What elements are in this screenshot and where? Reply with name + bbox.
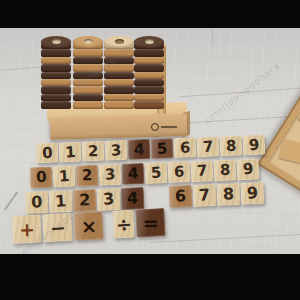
equals-icon: = <box>142 213 158 232</box>
tile-digit: 3 <box>102 191 114 208</box>
tile-digit: 1 <box>64 144 75 160</box>
peg-hole <box>52 39 61 44</box>
number-tile[interactable]: 1 <box>59 142 82 163</box>
ring-stack-4[interactable] <box>134 42 164 109</box>
number-tile[interactable]: 8 <box>214 159 237 181</box>
peg-hole <box>145 39 154 44</box>
counting-ring[interactable] <box>41 57 71 64</box>
floor-seam <box>150 234 300 243</box>
number-tile[interactable]: 7 <box>197 136 220 157</box>
number-tile[interactable]: 9 <box>243 135 266 156</box>
missing-tile-slot <box>145 186 169 209</box>
counting-ring[interactable] <box>134 64 164 71</box>
counting-ring[interactable] <box>134 57 164 64</box>
wood-floor-background: com/joonggonara com/joonggonara com/joon… <box>0 28 300 254</box>
tile-digit: 9 <box>248 137 259 153</box>
counting-ring[interactable] <box>73 94 103 101</box>
number-tile[interactable]: 9 <box>240 182 264 205</box>
counting-ring[interactable] <box>41 72 71 79</box>
bottom-letterbox <box>0 254 300 300</box>
multiply-icon: × <box>80 216 96 235</box>
counting-ring[interactable] <box>104 101 134 108</box>
counting-ring[interactable] <box>134 49 164 56</box>
number-tile[interactable]: 9 <box>237 159 260 181</box>
tile-digit: 8 <box>223 186 234 202</box>
tile-digit: 9 <box>246 185 258 202</box>
tile-digit: 5 <box>150 165 161 181</box>
tile-digit: 7 <box>196 163 207 179</box>
number-tile[interactable]: 8 <box>216 183 240 206</box>
counting-ring[interactable] <box>41 79 71 86</box>
tile-digit: 6 <box>175 188 186 204</box>
counting-ring[interactable] <box>134 79 164 86</box>
counting-ring[interactable] <box>104 86 134 93</box>
counting-ring[interactable] <box>104 79 134 86</box>
tile-digit: 0 <box>31 194 42 210</box>
number-tile[interactable]: 2 <box>82 141 105 162</box>
counting-ring[interactable] <box>73 49 103 56</box>
floor-seam <box>4 191 18 210</box>
counting-ring[interactable] <box>104 72 134 79</box>
counting-ring[interactable] <box>41 64 71 71</box>
counting-ring[interactable] <box>134 94 164 101</box>
tile-digit: 4 <box>128 166 139 181</box>
tile-digit: 1 <box>58 169 69 185</box>
operator-tile-equals[interactable]: = <box>135 208 165 237</box>
tile-digit: 5 <box>156 141 167 157</box>
number-tile[interactable]: 1 <box>53 166 76 188</box>
number-tile[interactable]: 0 <box>30 167 53 189</box>
tile-digit: 7 <box>198 187 210 204</box>
counting-ring[interactable] <box>73 101 103 108</box>
plus-icon: + <box>18 220 34 239</box>
box-wood-piece <box>279 139 300 175</box>
number-tile[interactable]: 4 <box>121 187 145 210</box>
storage-box-tray <box>268 86 300 209</box>
number-tile[interactable]: 3 <box>97 188 121 211</box>
watermark-text: com/joonggonara <box>202 60 282 126</box>
tile-digit: 0 <box>36 170 47 185</box>
counting-ring[interactable] <box>104 94 134 101</box>
number-tile[interactable]: 0 <box>25 191 49 214</box>
tile-digit: 0 <box>42 145 53 160</box>
number-tile[interactable]: 0 <box>36 143 59 164</box>
tile-digit: 9 <box>242 162 253 178</box>
number-tile[interactable]: 7 <box>191 160 214 182</box>
counting-ring[interactable] <box>134 101 164 108</box>
number-tile[interactable]: 6 <box>169 185 193 208</box>
peg-hole <box>115 39 124 44</box>
tile-digit: 3 <box>110 143 121 159</box>
number-tile[interactable]: 6 <box>174 137 197 158</box>
tile-digit: 2 <box>82 168 93 183</box>
top-letterbox <box>0 0 300 28</box>
peg-hole <box>84 39 93 44</box>
tile-digit: 4 <box>127 190 138 206</box>
number-tile[interactable]: 2 <box>76 165 99 187</box>
tile-digit: 6 <box>180 140 191 155</box>
number-tile[interactable]: 8 <box>220 135 243 156</box>
tile-digit: 7 <box>202 139 213 155</box>
photo-stage: com/joonggonara com/joonggonara com/joon… <box>0 0 300 300</box>
tile-digit: 6 <box>174 165 185 180</box>
number-tile[interactable]: 6 <box>168 161 191 183</box>
stack-top-face <box>73 36 103 48</box>
number-tile[interactable]: 5 <box>145 162 168 184</box>
counting-ring[interactable] <box>41 49 71 56</box>
number-tile[interactable]: 7 <box>192 184 216 207</box>
stack-top-face <box>41 36 71 48</box>
divide-icon: ÷ <box>115 214 132 234</box>
operator-tile-divide[interactable]: ÷ <box>112 210 134 239</box>
floor-seam <box>212 28 213 46</box>
tile-digit: 8 <box>226 138 237 153</box>
counting-ring[interactable] <box>134 86 164 93</box>
tile-digit: 8 <box>220 163 231 178</box>
tile-digit: 2 <box>88 144 99 159</box>
counting-ring[interactable] <box>41 101 71 108</box>
counting-ring[interactable] <box>134 72 164 79</box>
tile-digit: 1 <box>54 193 66 210</box>
